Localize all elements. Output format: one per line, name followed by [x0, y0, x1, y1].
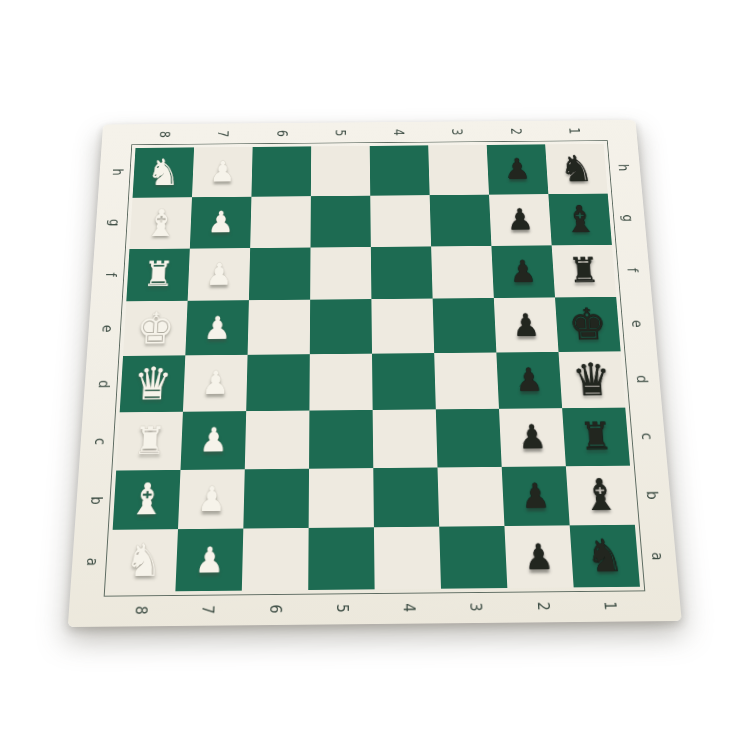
square-d8: ♛ — [120, 355, 186, 412]
board-rule-frame: ♞♟♟♞♝♟♟♝♜♟♟♜♚♟♟♚♛♟♟♛♜♟♟♜♝♟♟♝♞♟♟♞ — [104, 140, 646, 596]
black-knight: ♞ — [558, 151, 594, 188]
white-knight: ♞ — [146, 154, 181, 191]
black-pawn: ♟ — [509, 256, 537, 287]
square-e3 — [433, 298, 497, 353]
chess-board: ♞♟♟♞♝♟♟♝♜♟♟♜♚♟♟♚♛♟♟♛♜♟♟♜♝♟♟♝♞♟♟♞ — [109, 144, 640, 592]
square-e1: ♚ — [555, 297, 621, 352]
white-rook: ♜ — [142, 257, 175, 292]
square-e8: ♚ — [123, 301, 188, 356]
square-f8: ♜ — [126, 248, 190, 301]
square-h5 — [311, 146, 370, 196]
square-h3 — [428, 145, 489, 195]
square-a8: ♞ — [109, 529, 178, 592]
square-a3 — [439, 526, 507, 588]
square-a1: ♞ — [570, 525, 640, 587]
square-e5 — [310, 299, 372, 354]
black-king: ♚ — [567, 303, 608, 347]
white-bishop: ♝ — [143, 204, 179, 242]
square-f5 — [310, 247, 371, 300]
square-g4 — [370, 195, 431, 247]
square-a7: ♟ — [175, 529, 243, 592]
product-photo-canvas: 87654321 87654321 hgfedcba hgfedcba ♞♟♟♞… — [0, 0, 750, 750]
square-d6 — [246, 354, 310, 411]
square-a5 — [308, 527, 374, 589]
square-b3 — [437, 466, 504, 526]
white-queen: ♛ — [132, 361, 173, 406]
rank-labels-bottom: 87654321 — [106, 593, 643, 623]
white-pawn: ♟ — [199, 423, 228, 457]
square-g5 — [311, 195, 371, 247]
white-king: ♚ — [135, 306, 175, 350]
square-d2: ♟ — [496, 352, 562, 409]
black-pawn: ♟ — [517, 420, 547, 454]
square-d7: ♟ — [183, 355, 248, 412]
square-c2: ♟ — [499, 408, 566, 466]
black-bishop: ♝ — [580, 473, 620, 517]
square-h2: ♟ — [487, 144, 549, 194]
white-pawn: ♟ — [201, 367, 230, 400]
square-f3 — [431, 246, 494, 299]
square-f1: ♜ — [552, 244, 617, 297]
black-pawn: ♟ — [523, 539, 554, 575]
square-c4 — [373, 409, 438, 468]
square-g2: ♟ — [489, 194, 552, 246]
square-e2: ♟ — [494, 298, 559, 353]
white-pawn: ♟ — [209, 157, 236, 186]
square-g6 — [250, 196, 311, 248]
white-pawn: ♟ — [194, 542, 224, 578]
square-b5 — [309, 468, 374, 528]
square-f4 — [371, 246, 433, 299]
white-pawn: ♟ — [197, 482, 227, 517]
white-rook: ♜ — [133, 421, 167, 460]
black-rook: ♜ — [578, 417, 613, 456]
square-g1: ♝ — [548, 193, 612, 245]
square-c1: ♜ — [562, 407, 630, 465]
white-knight: ♞ — [124, 538, 163, 584]
square-e4 — [371, 299, 434, 354]
white-pawn: ♟ — [207, 207, 234, 237]
white-pawn: ♟ — [203, 312, 231, 344]
square-g8: ♝ — [129, 197, 192, 249]
square-g7: ♟ — [190, 197, 252, 249]
white-bishop: ♝ — [127, 478, 166, 522]
chess-mat: 87654321 87654321 hgfedcba hgfedcba ♞♟♟♞… — [68, 120, 682, 627]
black-pawn: ♟ — [512, 309, 541, 340]
square-h1: ♞ — [545, 144, 608, 194]
square-a6 — [242, 528, 309, 591]
black-pawn: ♟ — [520, 479, 550, 514]
square-f7: ♟ — [188, 248, 251, 301]
square-b4 — [373, 467, 439, 527]
square-c6 — [245, 410, 310, 469]
square-c8: ♜ — [116, 412, 183, 471]
square-a4 — [374, 527, 441, 589]
square-d1: ♛ — [559, 351, 626, 408]
square-a2: ♟ — [504, 526, 573, 588]
black-pawn: ♟ — [504, 155, 532, 184]
square-d3 — [434, 353, 499, 410]
square-c5 — [309, 410, 373, 469]
square-f2: ♟ — [491, 245, 555, 298]
tilted-board-scene: 87654321 87654321 hgfedcba hgfedcba ♞♟♟♞… — [68, 120, 682, 627]
square-b8: ♝ — [113, 469, 181, 530]
black-queen: ♛ — [571, 357, 613, 402]
square-h7: ♟ — [192, 147, 253, 197]
square-c3 — [436, 409, 502, 467]
black-pawn: ♟ — [506, 205, 534, 235]
square-f6 — [249, 247, 311, 300]
square-h8: ♞ — [133, 147, 195, 197]
square-b1: ♝ — [566, 465, 635, 525]
square-b2: ♟ — [502, 466, 570, 526]
square-d5 — [309, 354, 372, 411]
square-b6 — [243, 468, 309, 528]
black-bishop: ♝ — [562, 200, 598, 238]
square-g3 — [430, 194, 492, 246]
black-pawn: ♟ — [514, 364, 543, 396]
black-knight: ♞ — [585, 533, 625, 579]
square-e6 — [248, 300, 311, 355]
black-rook: ♜ — [567, 253, 600, 288]
square-b7: ♟ — [178, 469, 245, 530]
square-h4 — [370, 145, 430, 195]
white-pawn: ♟ — [205, 259, 233, 290]
square-h6 — [251, 146, 311, 196]
square-c7: ♟ — [181, 411, 247, 470]
square-d4 — [372, 353, 436, 410]
square-e7: ♟ — [185, 300, 249, 355]
